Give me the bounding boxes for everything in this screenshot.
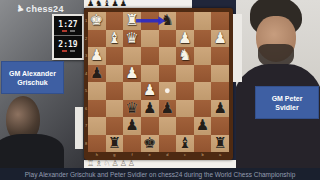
square-b3[interactable] (194, 47, 212, 65)
white-clock: 1:27 (54, 16, 82, 35)
white-queen: ♛ (125, 30, 138, 47)
square-b2[interactable] (194, 30, 212, 48)
white-rook: ♜ (125, 12, 138, 29)
square-e1[interactable] (141, 12, 159, 30)
white-pawn: ♟ (90, 47, 103, 64)
black-pawn: ♟ (196, 117, 209, 134)
left-commentator-name-line2: Grischuk (2, 78, 63, 87)
white-clock-labels (62, 30, 75, 32)
black-pawn: ♟ (161, 100, 174, 117)
square-d3[interactable] (159, 47, 177, 65)
square-e8[interactable]: ♚ (141, 135, 159, 153)
square-b1[interactable] (194, 12, 212, 30)
caption-bar: Play Alexander Grischuk and Peter Svidle… (0, 168, 320, 180)
square-b5[interactable] (194, 82, 212, 100)
right-commentator-nameplate: GM Peter Svidler (255, 86, 319, 119)
black-pawn: ♟ (90, 65, 103, 82)
square-a7[interactable] (211, 117, 229, 135)
square-h2[interactable] (88, 30, 106, 48)
game-clock: 1:27 2:19 (52, 14, 84, 60)
square-d8[interactable] (159, 135, 177, 153)
white-knight: ♞ (178, 47, 191, 64)
square-g2[interactable]: ♝ (106, 30, 124, 48)
square-h4[interactable]: ♟ (88, 65, 106, 83)
square-c4[interactable] (176, 65, 194, 83)
square-g7[interactable] (106, 117, 124, 135)
white-pawn: ♟ (125, 65, 138, 82)
square-d5[interactable] (159, 82, 177, 100)
white-pawn: ♟ (143, 82, 156, 99)
square-h5[interactable] (88, 82, 106, 100)
square-e2[interactable] (141, 30, 159, 48)
black-rook: ♜ (213, 135, 226, 152)
square-h3[interactable]: ♟ (88, 47, 106, 65)
square-a1[interactable] (211, 12, 229, 30)
square-g3[interactable] (106, 47, 124, 65)
captured-white-bishop: ♗ (95, 160, 102, 168)
square-d4[interactable] (159, 65, 177, 83)
captured-white-pawn: ♙ (112, 160, 119, 168)
square-g8[interactable]: ♜ (106, 135, 124, 153)
square-d1[interactable]: ♞ (159, 12, 177, 30)
caption-text: Play Alexander Grischuk and Peter Svidle… (25, 171, 296, 178)
file-labels: hgfedcba (88, 151, 229, 159)
square-e6[interactable]: ♟ (141, 100, 159, 118)
right-video-feed (236, 0, 320, 168)
left-commentator-nameplate: GM Alexander Grischuk (1, 61, 64, 94)
square-f3[interactable] (123, 47, 141, 65)
white-bishop: ♝ (108, 30, 121, 47)
chess-board[interactable]: ♚♜♞♝♛♟♟♟♞♟♟♟♛♟♟♟♟♟♜♚♝♜ (88, 12, 229, 152)
captured-black-knight: ♞ (95, 0, 102, 8)
captured-black-pawn: ♟ (112, 0, 119, 8)
captured-white-pawn: ♙ (120, 160, 127, 168)
square-f7[interactable]: ♟ (123, 117, 141, 135)
square-f4[interactable]: ♟ (123, 65, 141, 83)
white-king: ♚ (90, 12, 103, 29)
square-c1[interactable] (176, 12, 194, 30)
right-panel-edge (233, 14, 242, 82)
square-a3[interactable] (211, 47, 229, 65)
square-c6[interactable] (176, 100, 194, 118)
black-clock: 2:19 (54, 35, 82, 55)
square-d2[interactable] (159, 30, 177, 48)
square-f8[interactable] (123, 135, 141, 153)
square-e4[interactable] (141, 65, 159, 83)
black-rook: ♜ (108, 135, 121, 152)
captured-white-pawn: ♙ (128, 160, 135, 168)
square-h1[interactable]: ♚ (88, 12, 106, 30)
black-pawn: ♟ (213, 100, 226, 117)
square-f5[interactable] (123, 82, 141, 100)
captured-black-pieces-tray: ♟♞♝♟♟ (84, 0, 192, 8)
square-f1[interactable]: ♜ (123, 12, 141, 30)
left-commentator-name-line1: GM Alexander (2, 69, 63, 78)
square-f2[interactable]: ♛ (123, 30, 141, 48)
square-b7[interactable]: ♟ (194, 117, 212, 135)
pawn-logo-icon: ♟ (15, 3, 25, 14)
square-g4[interactable] (106, 65, 124, 83)
black-king: ♚ (143, 135, 156, 152)
black-pawn: ♟ (125, 117, 138, 134)
square-c3[interactable]: ♞ (176, 47, 194, 65)
square-e3[interactable] (141, 47, 159, 65)
square-c2[interactable]: ♟ (176, 30, 194, 48)
square-a6[interactable]: ♟ (211, 100, 229, 118)
right-commentator-name-line1: GM Peter (256, 94, 318, 103)
black-bishop: ♝ (178, 135, 191, 152)
square-d6[interactable]: ♟ (159, 100, 177, 118)
square-a2[interactable]: ♟ (211, 30, 229, 48)
square-b8[interactable] (194, 135, 212, 153)
black-knight: ♞ (161, 12, 174, 29)
black-clock-time: 2:19 (58, 40, 77, 49)
white-pawn: ♟ (213, 30, 226, 47)
left-panel-edge (75, 107, 83, 149)
square-e5[interactable]: ♟ (141, 82, 159, 100)
captured-white-knight: ♘ (103, 160, 110, 168)
white-clock-time: 1:27 (58, 20, 77, 29)
square-d7[interactable] (159, 117, 177, 135)
square-h8[interactable] (88, 135, 106, 153)
square-g1[interactable] (106, 12, 124, 30)
captured-black-pawn: ♟ (120, 0, 127, 8)
square-c5[interactable] (176, 82, 194, 100)
logo-wordmark: chess24 (26, 4, 64, 14)
square-e7[interactable] (141, 117, 159, 135)
square-h7[interactable] (88, 117, 106, 135)
square-g5[interactable] (106, 82, 124, 100)
square-a5[interactable] (211, 82, 229, 100)
square-b4[interactable] (194, 65, 212, 83)
square-c7[interactable] (176, 117, 194, 135)
black-clock-labels (62, 50, 75, 52)
white-pawn: ♟ (178, 30, 191, 47)
square-a8[interactable]: ♜ (211, 135, 229, 153)
square-f6[interactable]: ♛ (123, 100, 141, 118)
right-commentator-name-line2: Svidler (256, 103, 318, 112)
square-h6[interactable] (88, 100, 106, 118)
square-a4[interactable] (211, 65, 229, 83)
left-commentator-body (0, 134, 64, 168)
captured-black-pawn: ♟ (87, 0, 94, 8)
black-pawn: ♟ (143, 100, 156, 117)
captured-black-bishop: ♝ (103, 0, 110, 8)
square-g6[interactable] (106, 100, 124, 118)
black-queen: ♛ (125, 100, 138, 117)
square-c8[interactable]: ♝ (176, 135, 194, 153)
captured-white-pieces-tray: ♖♗♘♙♙♙ (84, 160, 239, 168)
captured-white-rook: ♖ (87, 160, 94, 168)
square-b6[interactable] (194, 100, 212, 118)
